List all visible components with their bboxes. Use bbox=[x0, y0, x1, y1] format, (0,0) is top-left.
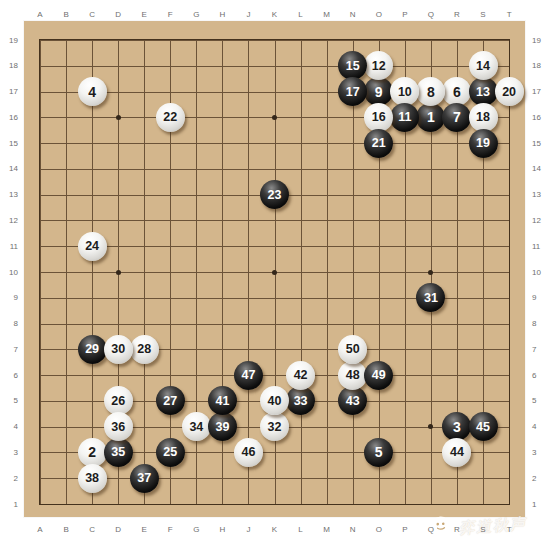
row-label-left: 10 bbox=[2, 268, 18, 277]
row-label-right: 9 bbox=[532, 293, 548, 302]
row-label-left: 11 bbox=[2, 242, 18, 251]
column-label-bottom: N bbox=[345, 525, 361, 534]
stone-48-white[interactable]: 48 bbox=[338, 361, 367, 390]
column-label-bottom: F bbox=[162, 525, 178, 534]
stone-22-white[interactable]: 22 bbox=[156, 103, 185, 132]
stone-34-white[interactable]: 34 bbox=[182, 412, 211, 441]
star-point bbox=[272, 270, 277, 275]
stone-26-white[interactable]: 26 bbox=[104, 386, 133, 415]
stone-27-black[interactable]: 27 bbox=[156, 386, 185, 415]
column-label-bottom: S bbox=[475, 525, 491, 534]
row-label-right: 6 bbox=[532, 371, 548, 380]
watermark-text: 弈道秋声 bbox=[458, 514, 527, 538]
stone-45-black[interactable]: 45 bbox=[469, 412, 498, 441]
star-point bbox=[428, 270, 433, 275]
column-label-bottom: E bbox=[136, 525, 152, 534]
column-label-top: Q bbox=[423, 10, 439, 19]
stone-4-white[interactable]: 4 bbox=[78, 77, 107, 106]
column-label-bottom: Q bbox=[423, 525, 439, 534]
row-label-left: 6 bbox=[2, 371, 18, 380]
row-label-right: 4 bbox=[532, 422, 548, 431]
row-label-right: 5 bbox=[532, 396, 548, 405]
column-label-top: D bbox=[110, 10, 126, 19]
row-label-right: 17 bbox=[532, 87, 548, 96]
row-label-right: 16 bbox=[532, 113, 548, 122]
go-kifu-page: 1234567891011121314151617181920212223242… bbox=[0, 0, 550, 550]
row-label-left: 4 bbox=[2, 422, 18, 431]
stone-37-black[interactable]: 37 bbox=[130, 464, 159, 493]
star-point bbox=[116, 270, 121, 275]
row-label-right: 12 bbox=[532, 216, 548, 225]
column-label-top: C bbox=[84, 10, 100, 19]
column-label-bottom: O bbox=[371, 525, 387, 534]
stone-28-white[interactable]: 28 bbox=[130, 335, 159, 364]
stone-42-white[interactable]: 42 bbox=[286, 361, 315, 390]
stone-24-white[interactable]: 24 bbox=[78, 232, 107, 261]
stone-18-white[interactable]: 18 bbox=[469, 103, 498, 132]
stone-11-black[interactable]: 11 bbox=[390, 103, 419, 132]
column-label-bottom: D bbox=[110, 525, 126, 534]
column-label-top: J bbox=[240, 10, 256, 19]
stone-23-black[interactable]: 23 bbox=[260, 180, 289, 209]
row-label-right: 3 bbox=[532, 448, 548, 457]
column-label-bottom: H bbox=[214, 525, 230, 534]
column-label-bottom: G bbox=[188, 525, 204, 534]
row-label-right: 10 bbox=[532, 268, 548, 277]
column-label-bottom: J bbox=[240, 525, 256, 534]
column-label-top: T bbox=[501, 10, 517, 19]
row-label-left: 2 bbox=[2, 474, 18, 483]
column-label-top: S bbox=[475, 10, 491, 19]
stone-46-white[interactable]: 46 bbox=[234, 438, 263, 467]
column-label-top: N bbox=[345, 10, 361, 19]
stone-36-white[interactable]: 36 bbox=[104, 412, 133, 441]
go-board[interactable]: 1234567891011121314151617181920212223242… bbox=[24, 21, 525, 517]
stone-2-white[interactable]: 2 bbox=[78, 438, 107, 467]
row-label-right: 15 bbox=[532, 139, 548, 148]
column-label-top: P bbox=[397, 10, 413, 19]
stone-29-black[interactable]: 29 bbox=[78, 335, 107, 364]
stone-21-black[interactable]: 21 bbox=[364, 129, 393, 158]
row-label-left: 1 bbox=[2, 500, 18, 509]
row-label-left: 7 bbox=[2, 345, 18, 354]
row-label-right: 7 bbox=[532, 345, 548, 354]
column-label-top: R bbox=[449, 10, 465, 19]
row-label-right: 1 bbox=[532, 500, 548, 509]
column-label-top: M bbox=[319, 10, 335, 19]
row-label-left: 8 bbox=[2, 319, 18, 328]
stone-35-black[interactable]: 35 bbox=[104, 438, 133, 467]
stone-14-white[interactable]: 14 bbox=[469, 51, 498, 80]
stone-49-black[interactable]: 49 bbox=[364, 361, 393, 390]
stone-32-white[interactable]: 32 bbox=[260, 412, 289, 441]
row-label-right: 2 bbox=[532, 474, 548, 483]
stone-39-black[interactable]: 39 bbox=[208, 412, 237, 441]
column-label-bottom: R bbox=[449, 525, 465, 534]
row-label-left: 12 bbox=[2, 216, 18, 225]
row-label-left: 19 bbox=[2, 36, 18, 45]
row-label-right: 18 bbox=[532, 61, 548, 70]
column-label-top: K bbox=[267, 10, 283, 19]
row-label-left: 14 bbox=[2, 164, 18, 173]
row-label-left: 13 bbox=[2, 190, 18, 199]
stone-20-white[interactable]: 20 bbox=[495, 77, 524, 106]
stone-13-black[interactable]: 13 bbox=[469, 77, 498, 106]
stone-30-white[interactable]: 30 bbox=[104, 335, 133, 364]
stone-25-black[interactable]: 25 bbox=[156, 438, 185, 467]
row-label-right: 8 bbox=[532, 319, 548, 328]
column-label-bottom: M bbox=[319, 525, 335, 534]
column-label-top: A bbox=[32, 10, 48, 19]
column-label-bottom: A bbox=[32, 525, 48, 534]
row-label-right: 13 bbox=[532, 190, 548, 199]
column-label-bottom: B bbox=[58, 525, 74, 534]
stone-16-white[interactable]: 16 bbox=[364, 103, 393, 132]
column-label-bottom: K bbox=[267, 525, 283, 534]
row-label-left: 15 bbox=[2, 139, 18, 148]
row-label-left: 3 bbox=[2, 448, 18, 457]
stone-50-white[interactable]: 50 bbox=[338, 335, 367, 364]
stone-38-white[interactable]: 38 bbox=[78, 464, 107, 493]
row-label-left: 17 bbox=[2, 87, 18, 96]
row-label-left: 18 bbox=[2, 61, 18, 70]
column-label-top: B bbox=[58, 10, 74, 19]
column-label-top: G bbox=[188, 10, 204, 19]
column-label-bottom: L bbox=[293, 525, 309, 534]
star-point bbox=[116, 115, 121, 120]
column-label-top: H bbox=[214, 10, 230, 19]
row-label-left: 5 bbox=[2, 396, 18, 405]
column-label-top: E bbox=[136, 10, 152, 19]
row-label-left: 16 bbox=[2, 113, 18, 122]
stone-19-black[interactable]: 19 bbox=[469, 129, 498, 158]
column-label-bottom: P bbox=[397, 525, 413, 534]
column-label-bottom: T bbox=[501, 525, 517, 534]
column-label-top: F bbox=[162, 10, 178, 19]
stone-47-black[interactable]: 47 bbox=[234, 361, 263, 390]
row-label-right: 19 bbox=[532, 36, 548, 45]
row-label-left: 9 bbox=[2, 293, 18, 302]
row-label-right: 11 bbox=[532, 242, 548, 251]
row-label-right: 14 bbox=[532, 164, 548, 173]
star-point bbox=[272, 115, 277, 120]
column-label-top: O bbox=[371, 10, 387, 19]
column-label-bottom: C bbox=[84, 525, 100, 534]
column-label-top: L bbox=[293, 10, 309, 19]
